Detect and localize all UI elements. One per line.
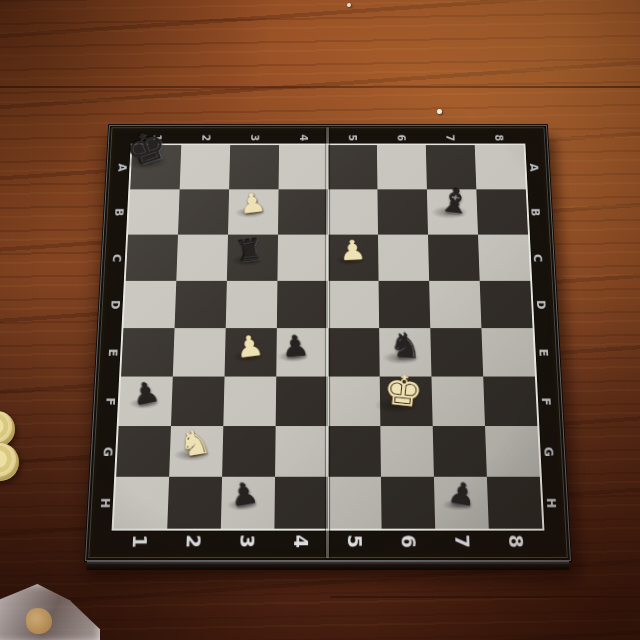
square-d5[interactable]	[328, 281, 379, 328]
rank-label: 2	[181, 131, 230, 146]
file-label: H	[94, 477, 116, 529]
photo-viewport: 12345678 12345678 ABCDEFGH ABCDEFGH ♚♟♝♜…	[0, 0, 640, 640]
file-label: C	[528, 235, 549, 281]
black-pawn[interactable]: ♟	[131, 377, 162, 410]
crumb-speck	[437, 109, 442, 114]
board-hinge-seam	[326, 127, 329, 558]
square-d6[interactable]	[379, 281, 431, 328]
square-b1[interactable]	[128, 189, 180, 234]
file-label: E	[533, 328, 555, 376]
square-h4[interactable]	[274, 477, 328, 529]
square-f4[interactable]	[276, 377, 328, 427]
rank-label: 3	[230, 131, 279, 146]
rank-label: 7	[435, 529, 490, 554]
file-label: G	[97, 426, 119, 477]
file-label: D	[104, 281, 125, 328]
rank-label: 4	[279, 131, 328, 146]
rank-label: 4	[274, 529, 328, 554]
plank-seam	[0, 86, 640, 88]
square-f5[interactable]	[328, 377, 380, 427]
black-rook[interactable]: ♜	[234, 234, 266, 266]
square-h5[interactable]	[328, 477, 382, 529]
square-h1[interactable]	[114, 477, 169, 529]
square-g7[interactable]	[433, 426, 487, 477]
square-b4[interactable]	[278, 189, 328, 234]
rank-label: 6	[377, 131, 426, 146]
rank-label: 5	[328, 131, 377, 146]
file-label: H	[540, 477, 562, 529]
square-d7[interactable]	[429, 281, 481, 328]
rank-label: 2	[166, 529, 221, 554]
white-king[interactable]: ♚	[382, 368, 425, 414]
square-b2[interactable]	[178, 189, 229, 234]
square-a5[interactable]	[328, 145, 377, 189]
square-e7[interactable]	[430, 328, 483, 376]
square-c6[interactable]	[378, 235, 429, 281]
file-label: A	[524, 145, 544, 189]
square-c1[interactable]	[126, 235, 178, 281]
black-pawn[interactable]: ♟	[229, 478, 261, 512]
rank-label: 5	[328, 529, 382, 554]
file-label: F	[99, 377, 121, 427]
square-h6[interactable]	[381, 477, 435, 529]
white-pawn[interactable]: ♟	[234, 331, 265, 363]
square-a8[interactable]	[475, 145, 526, 189]
file-label: E	[102, 328, 124, 376]
rank-label: 8	[474, 131, 523, 146]
white-knight[interactable]: ♞	[176, 423, 213, 462]
file-label: G	[537, 426, 559, 477]
square-c4[interactable]	[277, 235, 328, 281]
board-frame: 12345678 12345678 ABCDEFGH ABCDEFGH ♚♟♝♜…	[84, 124, 572, 562]
square-d2[interactable]	[175, 281, 227, 328]
square-g8[interactable]	[485, 426, 540, 477]
rank-label: 7	[425, 131, 474, 146]
file-label: B	[109, 189, 130, 234]
file-label: B	[526, 189, 547, 234]
square-e8[interactable]	[481, 328, 535, 376]
square-d3[interactable]	[226, 281, 278, 328]
square-c7[interactable]	[428, 235, 480, 281]
square-a3[interactable]	[229, 145, 279, 189]
square-d1[interactable]	[123, 281, 176, 328]
square-b8[interactable]	[476, 189, 528, 234]
square-c2[interactable]	[176, 235, 228, 281]
bag-contents	[26, 608, 52, 634]
rank-label: 6	[382, 529, 436, 554]
square-f8[interactable]	[483, 377, 537, 427]
black-pawn[interactable]: ♟	[447, 478, 478, 512]
rank-label: 8	[489, 529, 544, 554]
square-f2[interactable]	[171, 377, 225, 427]
square-c8[interactable]	[478, 235, 530, 281]
file-label: F	[535, 377, 557, 427]
square-g5[interactable]	[328, 426, 381, 477]
square-g6[interactable]	[380, 426, 434, 477]
rank-label: 3	[220, 529, 274, 554]
black-bishop[interactable]: ♝	[437, 182, 474, 219]
white-pawn[interactable]: ♟	[339, 236, 367, 265]
square-e5[interactable]	[328, 328, 380, 376]
file-label: D	[530, 281, 551, 328]
square-a4[interactable]	[279, 145, 328, 189]
square-b5[interactable]	[328, 189, 378, 234]
white-pawn[interactable]: ♟	[238, 188, 268, 218]
square-g1[interactable]	[116, 426, 171, 477]
black-pawn[interactable]: ♟	[281, 331, 311, 362]
square-h2[interactable]	[167, 477, 222, 529]
rank-label: 1	[112, 529, 167, 554]
square-g3[interactable]	[222, 426, 276, 477]
black-knight[interactable]: ♞	[389, 328, 423, 364]
board-edge	[87, 561, 570, 570]
square-e1[interactable]	[121, 328, 175, 376]
square-g4[interactable]	[275, 426, 328, 477]
square-d4[interactable]	[277, 281, 328, 328]
square-a2[interactable]	[180, 145, 231, 189]
file-label: C	[107, 235, 128, 281]
square-d8[interactable]	[480, 281, 533, 328]
square-f7[interactable]	[431, 377, 485, 427]
square-e2[interactable]	[173, 328, 226, 376]
square-a6[interactable]	[377, 145, 427, 189]
plank-seam	[330, 596, 640, 598]
square-h8[interactable]	[487, 477, 542, 529]
square-f3[interactable]	[223, 377, 276, 427]
crumb-speck	[347, 3, 351, 7]
square-b6[interactable]	[377, 189, 428, 234]
chess-board: 12345678 12345678 ABCDEFGH ABCDEFGH ♚♟♝♜…	[84, 124, 572, 562]
